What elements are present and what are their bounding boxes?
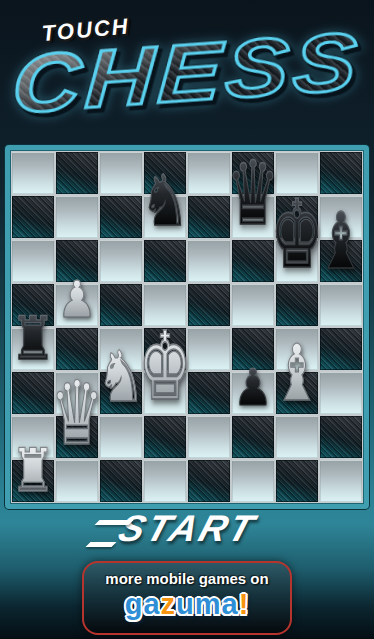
square-c7[interactable] [100,196,142,238]
square-d1[interactable] [144,460,186,502]
square-a6[interactable] [12,240,54,282]
piece-white-rook[interactable]: ♜ [11,441,56,501]
square-e6[interactable] [188,240,230,282]
gazuma-ad-banner[interactable]: more mobile games on gazuma! [82,561,292,635]
square-h6[interactable]: ♝ [320,240,362,282]
piece-white-queen[interactable]: ♛ [51,369,104,458]
piece-white-king[interactable]: ♚ [139,319,192,413]
square-f6[interactable] [232,240,274,282]
piece-black-pawn[interactable]: ♟ [233,362,272,413]
piece-white-pawn[interactable]: ♟ [57,274,96,325]
piece-white-bishop[interactable]: ♝ [272,335,321,413]
gazuma-letter: g [125,588,144,620]
piece-black-rook[interactable]: ♜ [11,309,56,369]
square-f2[interactable] [232,416,274,458]
square-f7[interactable]: ♛ [232,196,274,238]
square-b1[interactable] [56,460,98,502]
square-d2[interactable] [144,416,186,458]
square-g1[interactable] [276,460,318,502]
start-swoosh-icon [95,520,134,525]
square-c6[interactable] [100,240,142,282]
square-g2[interactable] [276,416,318,458]
square-d6[interactable] [144,240,186,282]
gazuma-letter: u [176,588,195,620]
square-f5[interactable] [232,284,274,326]
piece-black-knight[interactable]: ♞ [140,167,189,237]
square-e3[interactable] [188,372,230,414]
square-b7[interactable] [56,196,98,238]
square-e4[interactable] [188,328,230,370]
start-button-label: START [113,508,261,550]
square-e5[interactable] [188,284,230,326]
square-h5[interactable] [320,284,362,326]
gazuma-logo: gazuma! [84,587,290,621]
start-button[interactable]: START [0,508,374,550]
title-chess-wrap: CHESS [0,30,374,116]
square-g5[interactable] [276,284,318,326]
square-a8[interactable] [12,152,54,194]
square-d3[interactable]: ♚ [144,372,186,414]
title-chess: CHESS [11,18,364,129]
gazuma-letter: m [195,588,222,620]
gazuma-letter: a [222,588,239,620]
chess-board-grid: ♞♛♚♝♟♜♞♚♟♝♛♜ [12,152,362,502]
touch-chess-app: TOUCH CHESS ♞♛♚♝♟♜♞♚♟♝♛♜ START more mobi… [0,0,374,639]
gazuma-letter: ! [239,588,250,620]
square-c5[interactable] [100,284,142,326]
square-b8[interactable] [56,152,98,194]
square-c1[interactable] [100,460,142,502]
square-h3[interactable] [320,372,362,414]
piece-black-bishop[interactable]: ♝ [316,203,365,281]
square-b2[interactable]: ♛ [56,416,98,458]
square-c2[interactable] [100,416,142,458]
square-f1[interactable] [232,460,274,502]
square-h4[interactable] [320,328,362,370]
square-a3[interactable] [12,372,54,414]
square-e8[interactable] [188,152,230,194]
square-e1[interactable] [188,460,230,502]
gazuma-letter: z [161,588,177,620]
chess-board: ♞♛♚♝♟♜♞♚♟♝♛♜ [5,145,369,509]
start-swoosh-icon [86,542,117,547]
square-h1[interactable] [320,460,362,502]
square-a1[interactable]: ♜ [12,460,54,502]
square-g3[interactable]: ♝ [276,372,318,414]
square-h8[interactable] [320,152,362,194]
square-f3[interactable]: ♟ [232,372,274,414]
banner-text: more mobile games on [84,570,290,587]
square-e7[interactable] [188,196,230,238]
square-e2[interactable] [188,416,230,458]
square-c3[interactable]: ♞ [100,372,142,414]
square-a7[interactable] [12,196,54,238]
square-c8[interactable] [100,152,142,194]
square-a4[interactable]: ♜ [12,328,54,370]
square-d7[interactable]: ♞ [144,196,186,238]
square-h2[interactable] [320,416,362,458]
square-b5[interactable]: ♟ [56,284,98,326]
gazuma-letter: a [143,588,160,620]
square-g6[interactable]: ♚ [276,240,318,282]
